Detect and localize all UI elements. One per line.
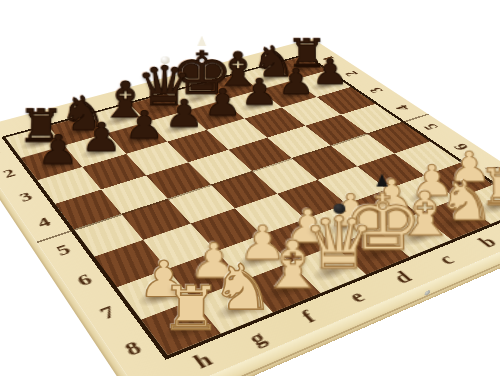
dark-queen-finial (160, 56, 169, 64)
photo-scene: 12345678 12345678 hgfedcba ♜♞♝♛♚♝♞♜♟♟♟♟♟… (0, 0, 500, 376)
dark-pawn[interactable]: ♟ (312, 55, 349, 90)
dark-pawn[interactable]: ♟ (164, 95, 204, 133)
square-h2[interactable]: ♟ (21, 146, 82, 180)
dark-pawn[interactable]: ♟ (37, 130, 80, 170)
dark-king-finial (198, 36, 207, 46)
dark-pawn[interactable]: ♟ (81, 118, 123, 158)
dark-pawn[interactable]: ♟ (277, 64, 314, 100)
dark-pawn[interactable]: ♟ (203, 84, 242, 121)
dark-pawn[interactable]: ♟ (123, 106, 164, 145)
dark-pawn[interactable]: ♟ (241, 74, 279, 110)
light-king-finial (377, 173, 388, 186)
light-queen-finial (332, 203, 344, 213)
light-rook[interactable]: ♜ (160, 278, 222, 339)
